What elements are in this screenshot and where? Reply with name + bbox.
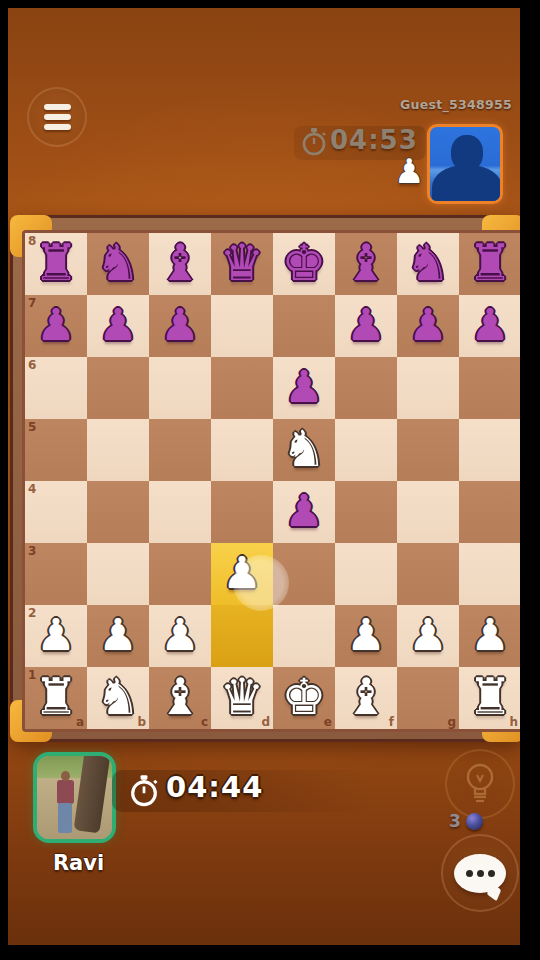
piece-white-pawn[interactable]: ♟ — [397, 605, 459, 667]
square-d8[interactable]: ♛ — [211, 233, 273, 295]
square-h4[interactable] — [459, 481, 520, 543]
square-a3[interactable]: 3 — [25, 543, 87, 605]
square-b1[interactable]: b♞ — [87, 667, 149, 729]
file-label: b — [137, 715, 146, 729]
piece-black-bishop[interactable]: ♝ — [335, 233, 397, 295]
rank-label: 6 — [28, 358, 36, 372]
stopwatch-icon — [128, 774, 160, 808]
square-c6[interactable] — [149, 357, 211, 419]
hint-button[interactable] — [445, 749, 515, 819]
square-e2[interactable] — [273, 605, 335, 667]
square-g8[interactable]: ♞ — [397, 233, 459, 295]
square-b5[interactable] — [87, 419, 149, 481]
file-label: h — [509, 715, 518, 729]
piece-black-pawn[interactable]: ♟ — [335, 295, 397, 357]
rank-label: 2 — [28, 606, 36, 620]
piece-black-pawn[interactable]: ♟ — [273, 357, 335, 419]
square-d6[interactable] — [211, 357, 273, 419]
piece-black-queen[interactable]: ♛ — [211, 233, 273, 295]
square-a2[interactable]: 2♟ — [25, 605, 87, 667]
piece-black-pawn[interactable]: ♟ — [397, 295, 459, 357]
touch-indicator — [233, 555, 289, 611]
square-g6[interactable] — [397, 357, 459, 419]
hamburger-menu-icon — [44, 104, 71, 110]
square-h2[interactable]: ♟ — [459, 605, 520, 667]
square-g5[interactable] — [397, 419, 459, 481]
stopwatch-icon — [300, 127, 328, 157]
piece-black-knight[interactable]: ♞ — [87, 233, 149, 295]
avatar-silhouette-body — [432, 165, 502, 204]
square-d3[interactable]: ♟ — [211, 543, 273, 605]
piece-black-pawn[interactable]: ♟ — [87, 295, 149, 357]
square-d1[interactable]: d♛ — [211, 667, 273, 729]
piece-black-knight[interactable]: ♞ — [397, 233, 459, 295]
square-c5[interactable] — [149, 419, 211, 481]
hint-count: 3 — [449, 811, 461, 831]
square-h1[interactable]: h♜ — [459, 667, 520, 729]
file-label: e — [324, 715, 332, 729]
square-f4[interactable] — [335, 481, 397, 543]
square-g1[interactable]: g — [397, 667, 459, 729]
square-d7[interactable] — [211, 295, 273, 357]
file-label: c — [201, 715, 208, 729]
square-b8[interactable]: ♞ — [87, 233, 149, 295]
square-a6[interactable]: 6 — [25, 357, 87, 419]
piece-black-bishop[interactable]: ♝ — [149, 233, 211, 295]
piece-black-pawn[interactable]: ♟ — [273, 481, 335, 543]
piece-white-bishop[interactable]: ♝ — [335, 667, 397, 729]
hint-count-row: 3 — [449, 811, 501, 831]
avatar-photo-person — [57, 780, 74, 804]
opponent-name: Guest_5348955 — [400, 97, 512, 112]
square-f1[interactable]: f♝ — [335, 667, 397, 729]
square-e7[interactable] — [273, 295, 335, 357]
chess-board: 8♜♞♝♛♚♝♞♜7♟♟♟♟♟♟6♟5♞4♟3♟2♟♟♟♟♟♟1a♜b♞c♝d♛… — [10, 215, 520, 742]
square-a5[interactable]: 5 — [25, 419, 87, 481]
piece-black-pawn[interactable]: ♟ — [149, 295, 211, 357]
square-b2[interactable]: ♟ — [87, 605, 149, 667]
piece-black-pawn[interactable]: ♟ — [459, 295, 520, 357]
square-h6[interactable] — [459, 357, 520, 419]
piece-black-rook[interactable]: ♜ — [459, 233, 520, 295]
square-g2[interactable]: ♟ — [397, 605, 459, 667]
square-g7[interactable]: ♟ — [397, 295, 459, 357]
square-e4[interactable]: ♟ — [273, 481, 335, 543]
square-h8[interactable]: ♜ — [459, 233, 520, 295]
player-name: Ravi — [33, 851, 124, 875]
board-grid: 8♜♞♝♛♚♝♞♜7♟♟♟♟♟♟6♟5♞4♟3♟2♟♟♟♟♟♟1a♜b♞c♝d♛… — [25, 233, 520, 729]
square-c4[interactable] — [149, 481, 211, 543]
square-c7[interactable]: ♟ — [149, 295, 211, 357]
square-c1[interactable]: c♝ — [149, 667, 211, 729]
chat-button[interactable] — [441, 834, 519, 912]
piece-black-king[interactable]: ♚ — [273, 233, 335, 295]
square-a1[interactable]: 1a♜ — [25, 667, 87, 729]
square-f8[interactable]: ♝ — [335, 233, 397, 295]
square-b4[interactable] — [87, 481, 149, 543]
square-e6[interactable]: ♟ — [273, 357, 335, 419]
square-h5[interactable] — [459, 419, 520, 481]
rank-label: 7 — [28, 296, 36, 310]
square-c2[interactable]: ♟ — [149, 605, 211, 667]
square-f7[interactable]: ♟ — [335, 295, 397, 357]
square-g3[interactable] — [397, 543, 459, 605]
file-label: d — [261, 715, 270, 729]
square-c3[interactable] — [149, 543, 211, 605]
square-a8[interactable]: 8♜ — [25, 233, 87, 295]
square-f2[interactable]: ♟ — [335, 605, 397, 667]
square-b3[interactable] — [87, 543, 149, 605]
square-f3[interactable] — [335, 543, 397, 605]
chat-bubble-icon — [454, 854, 506, 893]
file-label: g — [447, 715, 456, 729]
chess-app-screen: Guest_5348955 04:53 ♟ 8♜♞♝♛♚♝♞♜7♟♟♟♟♟♟6♟… — [8, 8, 520, 945]
square-b6[interactable] — [87, 357, 149, 419]
square-f6[interactable] — [335, 357, 397, 419]
rank-label: 3 — [28, 544, 36, 558]
player-avatar[interactable] — [33, 752, 116, 843]
square-d2[interactable] — [211, 605, 273, 667]
square-a7[interactable]: 7♟ — [25, 295, 87, 357]
square-a4[interactable]: 4 — [25, 481, 87, 543]
piece-white-pawn[interactable]: ♟ — [149, 605, 211, 667]
lightbulb-icon — [460, 761, 500, 807]
square-b7[interactable]: ♟ — [87, 295, 149, 357]
menu-button[interactable] — [27, 87, 87, 147]
rank-label: 8 — [28, 234, 36, 248]
square-d5[interactable] — [211, 419, 273, 481]
piece-white-knight[interactable]: ♞ — [273, 419, 335, 481]
file-label: a — [76, 715, 84, 729]
square-c8[interactable]: ♝ — [149, 233, 211, 295]
hint-gem-icon — [466, 813, 483, 830]
captured-white-pawn-icon: ♟ — [394, 154, 424, 188]
square-h7[interactable]: ♟ — [459, 295, 520, 357]
piece-white-pawn[interactable]: ♟ — [459, 605, 520, 667]
square-e8[interactable]: ♚ — [273, 233, 335, 295]
rank-label: 1 — [28, 668, 36, 682]
piece-white-pawn[interactable]: ♟ — [335, 605, 397, 667]
square-f5[interactable] — [335, 419, 397, 481]
opponent-avatar[interactable] — [427, 124, 503, 204]
rank-label: 4 — [28, 482, 36, 496]
rank-label: 5 — [28, 420, 36, 434]
square-h3[interactable] — [459, 543, 520, 605]
square-e5[interactable]: ♞ — [273, 419, 335, 481]
piece-white-pawn[interactable]: ♟ — [87, 605, 149, 667]
player-timer: 04:44 — [166, 770, 263, 804]
square-e1[interactable]: e♚ — [273, 667, 335, 729]
file-label: f — [389, 715, 394, 729]
square-g4[interactable] — [397, 481, 459, 543]
square-d4[interactable] — [211, 481, 273, 543]
